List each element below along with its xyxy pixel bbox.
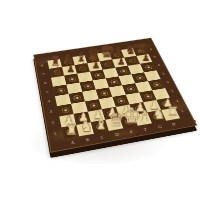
white-king-e1[interactable]: ♚ — [123, 106, 138, 126]
file-label-c: C — [94, 133, 110, 140]
rosette-inlay-icon — [94, 72, 102, 78]
black-pawn-c7[interactable]: ♟ — [77, 62, 90, 72]
black-pawn-f7[interactable]: ♟ — [115, 56, 128, 66]
black-pawn-d7[interactable]: ♟ — [90, 60, 103, 70]
black-pawn-h7[interactable]: ♟ — [140, 53, 153, 63]
square-a6[interactable] — [51, 76, 66, 87]
black-pawn-g7[interactable]: ♟ — [127, 55, 140, 65]
rosette-inlay-icon — [68, 76, 76, 82]
white-rook-a1[interactable]: ♜ — [64, 123, 79, 137]
square-b7[interactable]: ♟ — [62, 65, 77, 75]
white-bishop-c1[interactable]: ♝ — [94, 116, 109, 131]
file-label-d: D — [109, 131, 125, 138]
rosette-inlay-icon — [135, 75, 144, 81]
rosette-inlay-icon — [144, 64, 153, 69]
file-label-f: F — [138, 126, 154, 133]
rosette-inlay-icon — [100, 90, 109, 96]
rosette-inlay-icon — [57, 87, 65, 93]
file-label-h: H — [166, 121, 182, 127]
rank-label-1: 1 — [47, 126, 63, 140]
rosette-inlay-icon — [119, 68, 127, 74]
black-pawn-b7[interactable]: ♟ — [64, 64, 77, 74]
rosette-inlay-icon — [110, 79, 119, 85]
file-label-b: B — [80, 136, 96, 143]
black-pawn-a7[interactable]: ♟ — [51, 66, 64, 76]
file-label-e: E — [123, 128, 139, 135]
rosette-inlay-icon — [72, 95, 81, 101]
black-pawn-e7[interactable]: ♟ — [102, 58, 115, 68]
board-3d-wrapper: ♜♞♝♛♚♝♞♜♟♟♟♟♟♟♟♟♟♟♟♟♟♟♟♟♜♞♝♛♚♝♞♜ ABCDEFG… — [33, 38, 197, 153]
rosette-inlay-icon — [152, 82, 161, 88]
chess-board: ♜♞♝♛♚♝♞♜♟♟♟♟♟♟♟♟♟♟♟♟♟♟♟♟♜♞♝♛♚♝♞♜ ABCDEFG… — [33, 38, 197, 153]
square-a7[interactable]: ♟ — [49, 67, 64, 78]
white-rook-h1[interactable]: ♜ — [165, 106, 180, 119]
square-a1[interactable]: ♜ — [62, 125, 80, 139]
white-knight-g1[interactable]: ♞ — [151, 107, 166, 121]
white-queen-d1[interactable]: ♛ — [108, 111, 123, 129]
product-photo: ♜♞♝♛♚♝♞♜♟♟♟♟♟♟♟♟♟♟♟♟♟♟♟♟♜♞♝♛♚♝♞♜ ABCDEFG… — [0, 0, 200, 200]
rank-label-2: 2 — [45, 116, 60, 129]
rosette-inlay-icon — [83, 83, 91, 89]
rosette-inlay-icon — [126, 86, 135, 92]
file-label-a: A — [65, 139, 81, 146]
white-knight-b1[interactable]: ♞ — [79, 120, 94, 134]
square-b5[interactable] — [66, 82, 82, 93]
square-d4[interactable] — [96, 87, 113, 99]
file-label-g: G — [152, 123, 168, 129]
